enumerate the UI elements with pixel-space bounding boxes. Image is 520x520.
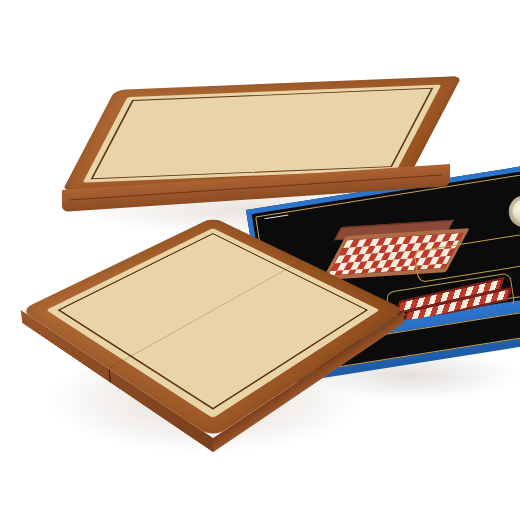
product-photo-scene xyxy=(0,0,520,520)
closed-case-checkerboard xyxy=(94,89,430,178)
board-rail-fold-gap xyxy=(109,368,111,382)
